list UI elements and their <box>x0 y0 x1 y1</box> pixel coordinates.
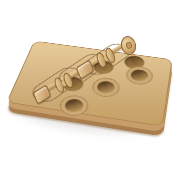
product-photo-scene <box>0 0 173 173</box>
front-treat-pit-track-2 <box>96 80 116 94</box>
front-treat-hole-track-2 <box>90 76 122 99</box>
front-treat-pit-track-3 <box>130 69 149 83</box>
front-treat-pit-track-1 <box>63 98 84 113</box>
wheel-hub <box>125 41 133 49</box>
perspective-wrapper <box>0 0 173 173</box>
front-treat-hole-track-3 <box>124 65 154 86</box>
